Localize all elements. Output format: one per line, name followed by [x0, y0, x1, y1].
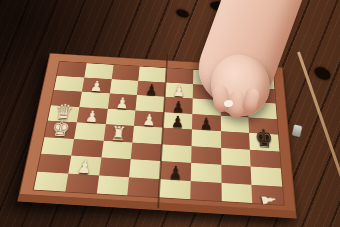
square-a3	[41, 137, 74, 156]
scene: ♟♟♟♟♟♛♟♟♟♟♚♜♚♟♟♟	[0, 0, 340, 227]
square-e6: ♟	[164, 97, 193, 114]
square-d3	[131, 142, 162, 161]
square-e5: ♟	[163, 112, 192, 129]
square-d1	[128, 177, 160, 197]
square-f1	[190, 181, 221, 201]
square-h3	[250, 149, 281, 168]
square-h2	[251, 167, 282, 187]
square-a7	[54, 76, 84, 92]
square-c5	[105, 108, 135, 125]
square-d5: ♟	[134, 110, 164, 127]
square-a5: ♛	[48, 105, 79, 122]
square-c6: ♟	[107, 93, 137, 110]
square-f2	[190, 163, 221, 183]
square-d6	[136, 95, 165, 112]
wood-knot	[175, 8, 190, 19]
square-c7	[109, 79, 138, 95]
square-f3	[191, 146, 221, 165]
piece-white-pawn: ♟	[256, 186, 281, 214]
square-e3	[161, 144, 191, 163]
square-c4: ♜	[103, 124, 134, 142]
square-a6	[51, 90, 82, 107]
square-b6	[79, 92, 109, 109]
square-a2	[38, 154, 72, 173]
square-e4	[162, 128, 192, 146]
square-b1	[65, 173, 99, 193]
square-a1	[34, 171, 68, 191]
square-g4	[221, 131, 251, 149]
square-b3	[71, 139, 103, 158]
square-c3	[101, 140, 133, 159]
wood-knot	[312, 65, 332, 83]
square-d4	[133, 126, 163, 144]
square-e7: ♟	[165, 82, 193, 98]
square-g3	[221, 148, 251, 167]
square-b7: ♟	[82, 77, 112, 93]
square-h5	[249, 117, 279, 135]
square-h1: ♟	[252, 184, 284, 205]
square-f5: ♟	[192, 114, 221, 132]
square-g1	[221, 183, 252, 203]
square-e2: ♟	[160, 161, 191, 181]
square-c1	[96, 175, 129, 195]
square-b4	[74, 122, 105, 140]
square-d2	[129, 159, 161, 179]
square-f4	[191, 129, 220, 147]
square-e1	[159, 179, 191, 199]
square-d7: ♟	[137, 80, 166, 96]
square-h4: ♚	[249, 133, 279, 151]
square-b2: ♟	[68, 156, 101, 176]
square-c2	[99, 157, 131, 177]
square-a4: ♚	[45, 121, 77, 139]
square-b5: ♟	[77, 107, 108, 124]
board-clasp-icon	[292, 125, 302, 138]
square-g2	[221, 165, 252, 185]
